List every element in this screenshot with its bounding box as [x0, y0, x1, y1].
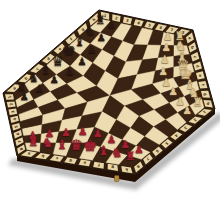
red-knight[interactable]: ♞ — [42, 137, 53, 150]
black-pawn[interactable]: ♟ — [87, 44, 96, 55]
black-pawn[interactable]: ♟ — [65, 66, 74, 77]
red-rook[interactable]: ♜ — [28, 137, 38, 149]
pieces-layer: ♜♞♝♛♚♝♞♜♟♟♟♟♟♟♟♟♜♞♝♛♚♝♞♜♟♟♟♟♟♟♟♟♜♞♝♛♚♝♞♜… — [0, 0, 220, 200]
white-pawn[interactable]: ♟ — [160, 54, 169, 64]
white-rook[interactable]: ♜ — [192, 97, 202, 109]
black-knight[interactable]: ♞ — [84, 25, 95, 38]
red-pawn[interactable]: ♟ — [134, 144, 143, 155]
red-king[interactable]: ♚ — [83, 138, 97, 154]
white-pawn[interactable]: ♟ — [182, 105, 191, 116]
black-rook[interactable]: ♜ — [95, 15, 105, 27]
black-pawn[interactable]: ♟ — [106, 19, 115, 30]
black-queen[interactable]: ♛ — [51, 53, 64, 68]
white-pawn[interactable]: ♟ — [163, 31, 172, 42]
red-bishop[interactable]: ♝ — [56, 138, 68, 151]
red-queen[interactable]: ♛ — [70, 137, 83, 152]
black-pawn[interactable]: ♟ — [19, 91, 28, 102]
black-pawn[interactable]: ♟ — [97, 32, 106, 43]
red-knight[interactable]: ♞ — [111, 148, 122, 161]
red-rook[interactable]: ♜ — [125, 152, 135, 164]
black-pawn[interactable]: ♟ — [50, 74, 59, 85]
three-player-chess-photo: 12345678abcdefgh12345678hgfedcba87654321… — [0, 0, 220, 200]
red-pawn[interactable]: ♟ — [78, 126, 87, 137]
black-pawn[interactable]: ♟ — [34, 83, 43, 94]
black-pawn[interactable]: ♟ — [77, 56, 86, 66]
red-bishop[interactable]: ♝ — [98, 144, 110, 157]
white-pawn[interactable]: ♟ — [162, 42, 171, 53]
